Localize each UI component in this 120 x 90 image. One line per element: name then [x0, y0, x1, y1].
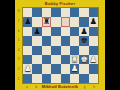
square-e6[interactable] — [61, 27, 70, 36]
square-a1[interactable] — [23, 74, 32, 83]
black-king-g5[interactable]: ♚ — [80, 36, 88, 45]
square-f1[interactable] — [70, 74, 79, 83]
square-d7[interactable] — [51, 17, 60, 26]
square-a4[interactable] — [23, 46, 32, 55]
rank-label-6: 6 — [15, 26, 22, 36]
square-c4[interactable] — [42, 46, 51, 55]
player-name-black: Bobby Fischer — [15, 0, 105, 7]
square-g2[interactable] — [79, 64, 88, 73]
square-a3[interactable] — [23, 55, 32, 64]
rank-label-8: 8 — [15, 7, 22, 17]
square-e4[interactable] — [61, 46, 70, 55]
square-h7[interactable]: ♟ — [89, 17, 98, 26]
rank-coordinates: 87654321 — [15, 7, 22, 84]
square-a6[interactable] — [23, 27, 32, 36]
white-king-g3[interactable]: ♚ — [80, 55, 88, 64]
square-d5[interactable] — [51, 36, 60, 45]
black-pawn-b6[interactable]: ♟ — [33, 27, 41, 36]
square-a2[interactable]: ♟ — [23, 64, 32, 73]
square-h1[interactable] — [89, 74, 98, 83]
white-rook-f3[interactable]: ♜ — [71, 55, 79, 64]
screenshot-stage: Bobby Fischer 87654321 ♟♜♟♟♟♚♜♚♟♟♟ abcde… — [0, 0, 120, 90]
square-h3[interactable]: ♟ — [89, 55, 98, 64]
square-b1[interactable] — [32, 74, 41, 83]
square-a5[interactable] — [23, 36, 32, 45]
square-d1[interactable] — [51, 74, 60, 83]
square-g5[interactable]: ♚ — [79, 36, 88, 45]
square-c1[interactable] — [42, 74, 51, 83]
square-g1[interactable] — [79, 74, 88, 83]
square-h4[interactable] — [89, 46, 98, 55]
square-g4[interactable] — [79, 46, 88, 55]
square-c3[interactable] — [42, 55, 51, 64]
square-h5[interactable] — [89, 36, 98, 45]
square-b6[interactable]: ♟ — [32, 27, 41, 36]
square-c6[interactable] — [42, 27, 51, 36]
black-pawn-h7[interactable]: ♟ — [90, 17, 98, 26]
square-f5[interactable] — [70, 36, 79, 45]
square-e8[interactable] — [61, 8, 70, 17]
square-e1[interactable] — [61, 74, 70, 83]
board-frame: Bobby Fischer 87654321 ♟♜♟♟♟♚♜♚♟♟♟ abcde… — [15, 0, 105, 90]
white-pawn-a2[interactable]: ♟ — [24, 64, 32, 73]
square-c5[interactable] — [42, 36, 51, 45]
square-e7[interactable] — [61, 17, 70, 26]
square-e3[interactable] — [61, 55, 70, 64]
square-f3[interactable]: ♜ — [70, 55, 79, 64]
black-pawn-g6[interactable]: ♟ — [80, 27, 88, 36]
square-c8[interactable] — [42, 8, 51, 17]
square-f8[interactable] — [70, 8, 79, 17]
square-f6[interactable] — [70, 27, 79, 36]
square-e2[interactable] — [61, 64, 70, 73]
square-f2[interactable]: ♟ — [70, 64, 79, 73]
square-a8[interactable] — [23, 8, 32, 17]
square-a7[interactable]: ♟ — [23, 17, 32, 26]
square-e5[interactable] — [61, 36, 70, 45]
square-b7[interactable] — [32, 17, 41, 26]
white-pawn-h3[interactable]: ♟ — [90, 55, 98, 64]
square-h6[interactable] — [89, 27, 98, 36]
square-h8[interactable] — [89, 8, 98, 17]
square-b3[interactable] — [32, 55, 41, 64]
square-b5[interactable] — [32, 36, 41, 45]
square-b4[interactable] — [32, 46, 41, 55]
chess-board: ♟♜♟♟♟♚♜♚♟♟♟ — [22, 7, 99, 84]
square-d3[interactable] — [51, 55, 60, 64]
white-pawn-f2[interactable]: ♟ — [71, 64, 79, 73]
square-f7[interactable] — [70, 17, 79, 26]
black-pawn-a7[interactable]: ♟ — [24, 17, 32, 26]
square-g8[interactable] — [79, 8, 88, 17]
rank-label-7: 7 — [15, 17, 22, 27]
square-g6[interactable]: ♟ — [79, 27, 88, 36]
square-c7[interactable]: ♜ — [42, 17, 51, 26]
square-d2[interactable] — [51, 64, 60, 73]
square-d6[interactable] — [51, 27, 60, 36]
square-f4[interactable] — [70, 46, 79, 55]
player-name-white: Mikhail Botvinnik — [15, 83, 105, 90]
rank-label-4: 4 — [15, 46, 22, 56]
square-h2[interactable] — [89, 64, 98, 73]
black-rook-c7[interactable]: ♜ — [43, 17, 51, 26]
square-b8[interactable] — [32, 8, 41, 17]
square-g3[interactable]: ♚ — [79, 55, 88, 64]
square-g7[interactable] — [79, 17, 88, 26]
square-d8[interactable] — [51, 8, 60, 17]
square-b2[interactable] — [32, 64, 41, 73]
rank-label-2: 2 — [15, 65, 22, 75]
rank-label-3: 3 — [15, 55, 22, 65]
square-c2[interactable] — [42, 64, 51, 73]
square-d4[interactable] — [51, 46, 60, 55]
rank-label-5: 5 — [15, 36, 22, 46]
